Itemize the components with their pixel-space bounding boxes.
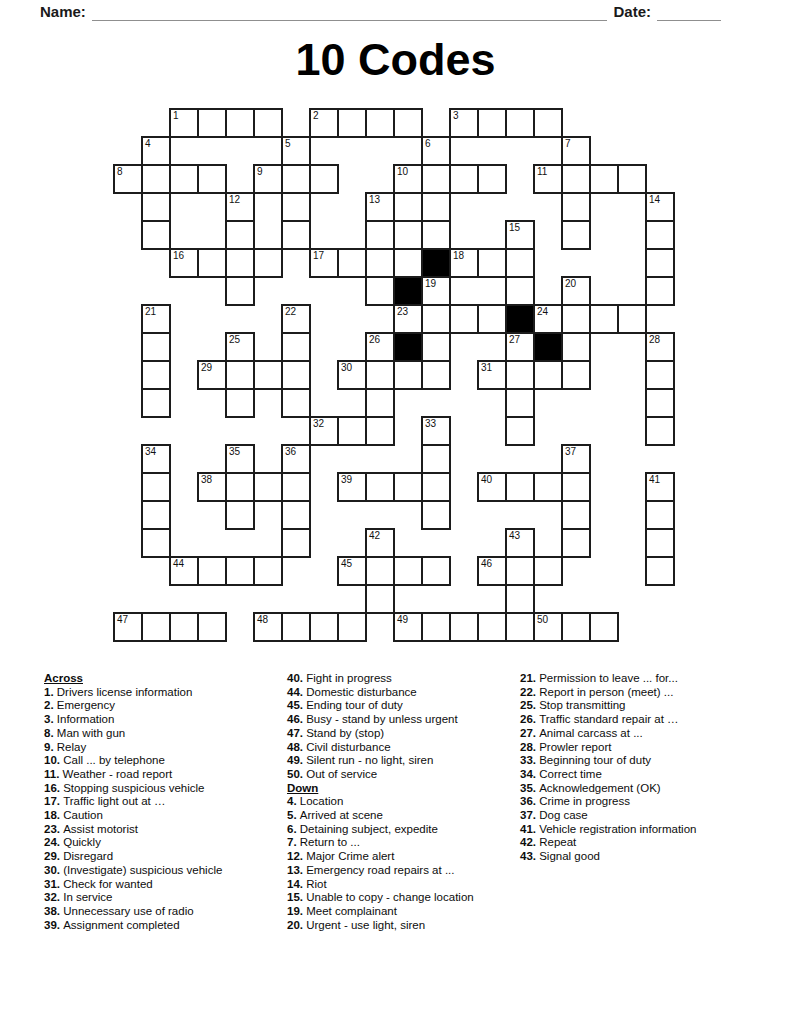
cell-number: 46	[481, 558, 492, 569]
clue-item: 45. Ending tour of duty	[287, 699, 517, 713]
clue-item: 37. Dog case	[520, 809, 772, 823]
grid-cell[interactable]	[533, 472, 563, 502]
grid-cell[interactable]	[421, 472, 451, 502]
cell-number: 10	[397, 166, 408, 177]
grid-cell[interactable]	[365, 388, 395, 418]
grid-cell[interactable]	[225, 472, 255, 502]
page-title: 10 Codes	[0, 34, 791, 86]
grid-cell[interactable]: 18	[449, 248, 479, 278]
grid-cell[interactable]	[365, 556, 395, 586]
grid-cell[interactable]	[561, 360, 591, 390]
clue-item: 26. Traffic standard repair at …	[520, 713, 772, 727]
clue-item: 16. Stopping suspicious vehicle	[44, 782, 282, 796]
clue-item: 35. Acknowledgement (OK)	[520, 782, 772, 796]
grid-cell[interactable]	[645, 248, 675, 278]
cell-number: 49	[397, 614, 408, 625]
grid-cell[interactable]	[589, 304, 619, 334]
black-cell	[393, 276, 423, 306]
clue-item: 44. Domestic disturbance	[287, 686, 517, 700]
grid-cell[interactable]	[197, 612, 227, 642]
clue-list-header: Across	[44, 672, 282, 686]
clue-item: 33. Beginning tour of duty	[520, 754, 772, 768]
grid-cell[interactable]: 16	[169, 248, 199, 278]
grid-cell[interactable]	[365, 584, 395, 614]
clue-item: 12. Major Crime alert	[287, 850, 517, 864]
grid-cell[interactable]: 2	[309, 108, 339, 138]
grid-cell[interactable]: 49	[393, 612, 423, 642]
grid-cell[interactable]: 6	[421, 136, 451, 166]
cell-number: 36	[285, 446, 296, 457]
cell-number: 43	[509, 530, 520, 541]
clue-item: 30. (Investigate) suspicious vehicle	[44, 864, 282, 878]
cell-number: 1	[173, 110, 179, 121]
grid-cell[interactable]	[421, 612, 451, 642]
grid-cell[interactable]	[645, 556, 675, 586]
grid-cell[interactable]: 50	[533, 612, 563, 642]
clue-item: 9. Relay	[44, 741, 282, 755]
cell-number: 18	[453, 250, 464, 261]
cell-number: 29	[201, 362, 212, 373]
black-cell	[421, 248, 451, 278]
grid-cell[interactable]: 31	[477, 360, 507, 390]
clue-item: 41. Vehicle registration information	[520, 823, 772, 837]
clue-item: 19. Meet complainant	[287, 905, 517, 919]
grid-cell[interactable]	[505, 612, 535, 642]
date-blank-line[interactable]	[657, 6, 721, 21]
grid-cell[interactable]: 9	[253, 164, 283, 194]
grid-cell[interactable]: 27	[505, 332, 535, 362]
grid-cell[interactable]	[141, 332, 171, 362]
clue-item: 5. Arrived at scene	[287, 809, 517, 823]
cell-number: 6	[425, 138, 431, 149]
clue-item: 43. Signal good	[520, 850, 772, 864]
grid-cell[interactable]	[141, 472, 171, 502]
cell-number: 4	[145, 138, 151, 149]
grid-cell[interactable]	[505, 584, 535, 614]
grid-cell[interactable]: 29	[197, 360, 227, 390]
grid-cell[interactable]	[589, 164, 619, 194]
clue-item: 36. Crime in progress	[520, 795, 772, 809]
grid-cell[interactable]	[561, 192, 591, 222]
grid-cell[interactable]: 48	[253, 612, 283, 642]
grid-cell[interactable]	[141, 528, 171, 558]
grid-cell[interactable]: 19	[421, 276, 451, 306]
clue-item: 34. Correct time	[520, 768, 772, 782]
grid-cell[interactable]	[253, 472, 283, 502]
cell-number: 40	[481, 474, 492, 485]
grid-cell[interactable]: 36	[281, 444, 311, 474]
grid-cell[interactable]	[421, 500, 451, 530]
grid-cell[interactable]	[393, 360, 423, 390]
grid-cell[interactable]	[337, 612, 367, 642]
grid-cell[interactable]	[421, 444, 451, 474]
grid-cell[interactable]	[561, 220, 591, 250]
grid-cell[interactable]: 21	[141, 304, 171, 334]
cell-number: 25	[229, 334, 240, 345]
grid-cell[interactable]	[393, 472, 423, 502]
grid-cell[interactable]	[449, 164, 479, 194]
grid-cell[interactable]: 3	[449, 108, 479, 138]
grid-cell[interactable]	[561, 500, 591, 530]
grid-cell[interactable]	[421, 220, 451, 250]
clue-list-header: Down	[287, 782, 517, 796]
grid-cell[interactable]: 1	[169, 108, 199, 138]
cell-number: 47	[117, 614, 128, 625]
clue-item: 14. Riot	[287, 878, 517, 892]
grid-cell[interactable]	[365, 220, 395, 250]
cell-number: 37	[565, 446, 576, 457]
grid-cell[interactable]	[281, 164, 311, 194]
cell-number: 45	[341, 558, 352, 569]
grid-cell[interactable]	[645, 500, 675, 530]
grid-cell[interactable]	[225, 108, 255, 138]
grid-cell[interactable]: 32	[309, 416, 339, 446]
black-cell	[505, 304, 535, 334]
clue-column-2: 40. Fight in progress44. Domestic distur…	[287, 672, 517, 932]
grid-cell[interactable]	[393, 248, 423, 278]
grid-cell[interactable]	[645, 416, 675, 446]
grid-cell[interactable]: 5	[281, 136, 311, 166]
crossword-grid: 1234567891011121314151617181920212223242…	[113, 108, 673, 640]
name-label: Name:	[40, 3, 86, 21]
grid-cell[interactable]: 10	[393, 164, 423, 194]
clue-item: 17. Traffic light out at …	[44, 795, 282, 809]
grid-cell[interactable]	[505, 248, 535, 278]
cell-number: 16	[173, 250, 184, 261]
grid-cell[interactable]	[281, 612, 311, 642]
grid-cell[interactable]	[505, 108, 535, 138]
grid-cell[interactable]	[225, 220, 255, 250]
clue-item: 28. Prowler report	[520, 741, 772, 755]
grid-cell[interactable]	[393, 556, 423, 586]
grid-cell[interactable]: 41	[645, 472, 675, 502]
grid-cell[interactable]	[561, 304, 591, 334]
grid-cell[interactable]: 44	[169, 556, 199, 586]
grid-cell[interactable]	[561, 164, 591, 194]
clue-item: 39. Assignment completed	[44, 919, 282, 933]
clue-item: 46. Busy - stand by unless urgent	[287, 713, 517, 727]
header-row: Name: Date:	[40, 3, 721, 21]
grid-cell[interactable]: 38	[197, 472, 227, 502]
grid-cell[interactable]	[505, 360, 535, 390]
grid-cell[interactable]: 39	[337, 472, 367, 502]
cell-number: 23	[397, 306, 408, 317]
grid-cell[interactable]	[225, 360, 255, 390]
grid-cell[interactable]	[533, 556, 563, 586]
clue-item: 4. Location	[287, 795, 517, 809]
grid-cell[interactable]: 7	[561, 136, 591, 166]
clue-item: 18. Caution	[44, 809, 282, 823]
cell-number: 35	[229, 446, 240, 457]
grid-cell[interactable]	[281, 528, 311, 558]
grid-cell[interactable]	[533, 360, 563, 390]
clue-item: 42. Repeat	[520, 836, 772, 850]
grid-cell[interactable]	[337, 248, 367, 278]
grid-cell[interactable]	[617, 304, 647, 334]
grid-cell[interactable]: 22	[281, 304, 311, 334]
grid-cell[interactable]	[197, 248, 227, 278]
cell-number: 21	[145, 306, 156, 317]
grid-cell[interactable]	[505, 276, 535, 306]
grid-cell[interactable]	[365, 108, 395, 138]
grid-cell[interactable]: 26	[365, 332, 395, 362]
grid-cell[interactable]	[561, 612, 591, 642]
grid-cell[interactable]	[281, 388, 311, 418]
grid-cell[interactable]: 30	[337, 360, 367, 390]
grid-cell[interactable]	[421, 192, 451, 222]
grid-cell[interactable]	[309, 164, 339, 194]
grid-cell[interactable]	[225, 248, 255, 278]
grid-cell[interactable]	[281, 360, 311, 390]
grid-cell[interactable]	[393, 108, 423, 138]
clue-item: 49. Silent run - no light, siren	[287, 754, 517, 768]
grid-cell[interactable]	[141, 388, 171, 418]
grid-cell[interactable]	[365, 248, 395, 278]
clue-item: 20. Urgent - use light, siren	[287, 919, 517, 933]
clue-item: 23. Assist motorist	[44, 823, 282, 837]
grid-cell[interactable]: 42	[365, 528, 395, 558]
date-label: Date:	[613, 3, 651, 21]
grid-cell[interactable]: 12	[225, 192, 255, 222]
clue-item: 27. Animal carcass at ...	[520, 727, 772, 741]
cell-number: 12	[229, 194, 240, 205]
cell-number: 8	[117, 166, 123, 177]
grid-cell[interactable]	[225, 556, 255, 586]
clue-item: 10. Call ... by telephone	[44, 754, 282, 768]
clue-item: 3. Information	[44, 713, 282, 727]
clue-item: 38. Unnecessary use of radio	[44, 905, 282, 919]
clue-item: 15. Unable to copy - change location	[287, 891, 517, 905]
clue-item: 48. Civil disturbance	[287, 741, 517, 755]
cell-number: 9	[257, 166, 263, 177]
grid-cell[interactable]	[253, 360, 283, 390]
grid-cell[interactable]	[645, 388, 675, 418]
grid-cell[interactable]	[281, 192, 311, 222]
cell-number: 32	[313, 418, 324, 429]
grid-cell[interactable]: 24	[533, 304, 563, 334]
cell-number: 42	[369, 530, 380, 541]
grid-cell[interactable]	[645, 220, 675, 250]
grid-cell[interactable]	[225, 388, 255, 418]
grid-cell[interactable]	[393, 220, 423, 250]
grid-cell[interactable]: 11	[533, 164, 563, 194]
grid-cell[interactable]	[365, 360, 395, 390]
clue-item: 31. Check for wanted	[44, 878, 282, 892]
grid-cell[interactable]	[253, 108, 283, 138]
cell-number: 3	[453, 110, 459, 121]
clue-item: 2. Emergency	[44, 699, 282, 713]
grid-cell[interactable]	[197, 108, 227, 138]
grid-cell[interactable]	[141, 500, 171, 530]
black-cell	[393, 332, 423, 362]
cell-number: 22	[285, 306, 296, 317]
grid-cell[interactable]	[561, 528, 591, 558]
clue-column-1: Across1. Drivers license information2. E…	[44, 672, 282, 932]
cell-number: 33	[425, 418, 436, 429]
grid-cell[interactable]	[169, 612, 199, 642]
grid-cell[interactable]	[197, 164, 227, 194]
grid-cell[interactable]	[281, 500, 311, 530]
grid-cell[interactable]	[421, 304, 451, 334]
grid-cell[interactable]	[393, 192, 423, 222]
grid-cell[interactable]	[645, 528, 675, 558]
clue-item: 1. Drivers license information	[44, 686, 282, 700]
grid-cell[interactable]	[421, 164, 451, 194]
grid-cell[interactable]	[281, 332, 311, 362]
clue-column-3: 21. Permission to leave ... for...22. Re…	[520, 672, 772, 864]
cell-number: 48	[257, 614, 268, 625]
cell-number: 15	[509, 222, 520, 233]
grid-cell[interactable]	[505, 388, 535, 418]
clue-item: 6. Detaining subject, expedite	[287, 823, 517, 837]
grid-cell[interactable]	[505, 472, 535, 502]
cell-number: 28	[649, 334, 660, 345]
black-cell	[533, 332, 563, 362]
grid-cell[interactable]	[337, 108, 367, 138]
cell-number: 11	[537, 166, 547, 177]
clue-item: 32. In service	[44, 891, 282, 905]
clue-item: 47. Stand by (stop)	[287, 727, 517, 741]
grid-cell[interactable]	[561, 472, 591, 502]
cell-number: 24	[537, 306, 548, 317]
clue-item: 40. Fight in progress	[287, 672, 517, 686]
cell-number: 20	[565, 278, 576, 289]
clue-item: 25. Stop transmitting	[520, 699, 772, 713]
grid-cell[interactable]: 4	[141, 136, 171, 166]
grid-cell[interactable]	[617, 164, 647, 194]
grid-cell[interactable]: 25	[225, 332, 255, 362]
grid-cell[interactable]: 20	[561, 276, 591, 306]
grid-cell[interactable]	[141, 612, 171, 642]
grid-cell[interactable]	[449, 304, 479, 334]
grid-cell[interactable]: 46	[477, 556, 507, 586]
grid-cell[interactable]: 45	[337, 556, 367, 586]
cell-number: 7	[565, 138, 571, 149]
grid-cell[interactable]: 17	[309, 248, 339, 278]
clue-item: 22. Report in person (meet) ...	[520, 686, 772, 700]
cell-number: 44	[173, 558, 184, 569]
clue-item: 13. Emergency road repairs at ...	[287, 864, 517, 878]
grid-cell[interactable]	[645, 360, 675, 390]
grid-cell[interactable]	[169, 164, 199, 194]
cell-number: 26	[369, 334, 380, 345]
grid-cell[interactable]	[505, 416, 535, 446]
clue-item: 11. Weather - road report	[44, 768, 282, 782]
grid-cell[interactable]	[337, 416, 367, 446]
cell-number: 34	[145, 446, 156, 457]
cell-number: 14	[649, 194, 660, 205]
grid-cell[interactable]: 8	[113, 164, 143, 194]
grid-cell[interactable]: 15	[505, 220, 535, 250]
cell-number: 39	[341, 474, 352, 485]
grid-cell[interactable]	[281, 220, 311, 250]
grid-cell[interactable]: 40	[477, 472, 507, 502]
grid-cell[interactable]	[449, 612, 479, 642]
cell-number: 38	[201, 474, 212, 485]
grid-cell[interactable]	[365, 276, 395, 306]
grid-cell[interactable]	[477, 304, 507, 334]
grid-cell[interactable]: 47	[113, 612, 143, 642]
cell-number: 19	[425, 278, 436, 289]
cell-number: 13	[369, 194, 380, 205]
grid-cell[interactable]	[225, 500, 255, 530]
grid-cell[interactable]	[505, 556, 535, 586]
grid-cell[interactable]	[141, 192, 171, 222]
clue-item: 8. Man with gun	[44, 727, 282, 741]
grid-cell[interactable]	[141, 164, 171, 194]
grid-cell[interactable]: 35	[225, 444, 255, 474]
clue-item: 50. Out of service	[287, 768, 517, 782]
grid-cell[interactable]	[533, 108, 563, 138]
grid-cell[interactable]: 43	[505, 528, 535, 558]
cell-number: 27	[509, 334, 520, 345]
grid-cell[interactable]	[365, 472, 395, 502]
grid-cell[interactable]	[477, 164, 507, 194]
name-blank-line[interactable]	[92, 6, 608, 21]
clue-item: 7. Return to ...	[287, 836, 517, 850]
worksheet-page: { "game": "crossword", "title": "10 Code…	[0, 0, 791, 1024]
grid-cell[interactable]	[421, 556, 451, 586]
grid-cell[interactable]	[253, 248, 283, 278]
cell-number: 30	[341, 362, 352, 373]
grid-cell[interactable]	[141, 220, 171, 250]
grid-cell[interactable]	[477, 108, 507, 138]
grid-cell[interactable]	[225, 276, 255, 306]
grid-cell[interactable]	[253, 556, 283, 586]
grid-cell[interactable]: 28	[645, 332, 675, 362]
grid-cell[interactable]	[421, 360, 451, 390]
cell-number: 31	[481, 362, 492, 373]
grid-cell[interactable]	[309, 612, 339, 642]
cell-number: 2	[313, 110, 319, 121]
grid-cell[interactable]: 33	[421, 416, 451, 446]
clue-item: 21. Permission to leave ... for...	[520, 672, 772, 686]
grid-cell[interactable]	[281, 472, 311, 502]
cell-number: 5	[285, 138, 291, 149]
cell-number: 17	[313, 250, 324, 261]
grid-cell[interactable]	[365, 416, 395, 446]
grid-cell[interactable]: 37	[561, 444, 591, 474]
cell-number: 50	[537, 614, 548, 625]
grid-cell[interactable]	[645, 276, 675, 306]
grid-cell[interactable]	[589, 612, 619, 642]
grid-cell[interactable]	[477, 248, 507, 278]
grid-cell[interactable]	[421, 332, 451, 362]
grid-cell[interactable]: 23	[393, 304, 423, 334]
grid-cell[interactable]: 34	[141, 444, 171, 474]
grid-cell[interactable]	[141, 360, 171, 390]
grid-cell[interactable]: 14	[645, 192, 675, 222]
grid-cell[interactable]	[477, 612, 507, 642]
grid-cell[interactable]: 13	[365, 192, 395, 222]
clue-item: 29. Disregard	[44, 850, 282, 864]
grid-cell[interactable]	[561, 332, 591, 362]
clue-item: 24. Quickly	[44, 836, 282, 850]
grid-cell[interactable]	[197, 556, 227, 586]
cell-number: 41	[649, 474, 660, 485]
